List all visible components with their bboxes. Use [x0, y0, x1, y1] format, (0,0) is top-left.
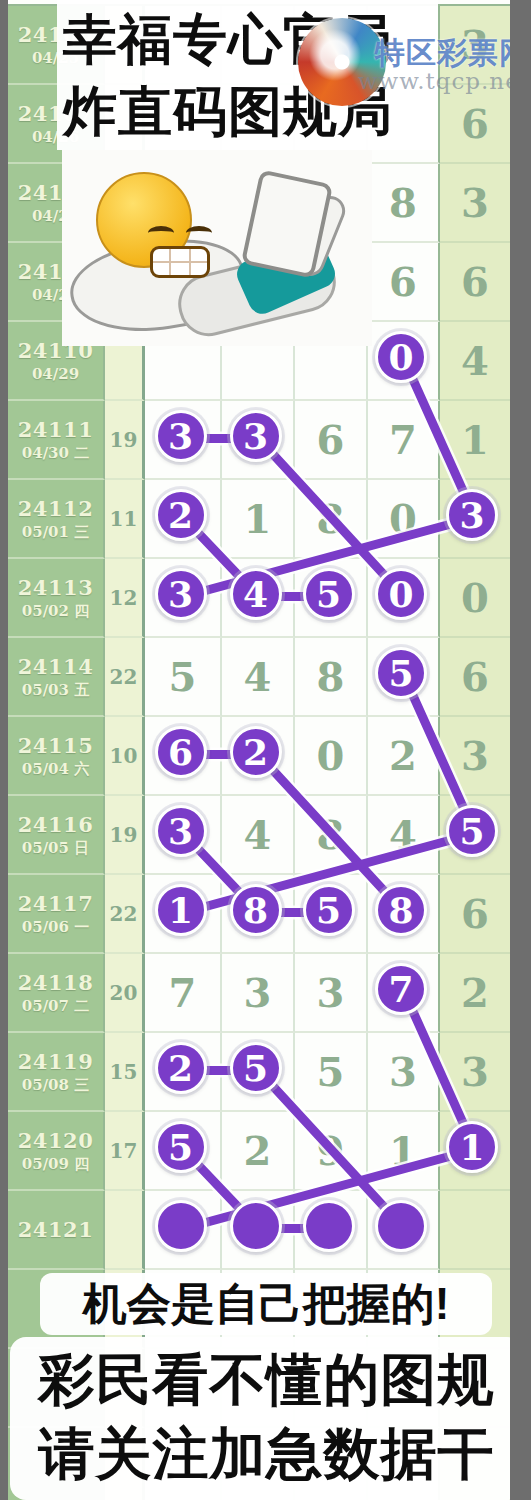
draw-row: 2411305/02 四120 — [8, 559, 510, 638]
draw-id-cell: 2411405/03 五 — [8, 638, 105, 717]
draw-id: 24121 — [18, 1217, 94, 1243]
draw-date: 05/03 五 — [22, 680, 89, 700]
draw-row: 2411705/06 一226 — [8, 875, 510, 954]
digit-cell: 0 — [368, 480, 440, 559]
draw-id-cell: 2411505/04 六 — [8, 717, 105, 796]
digit-cell: 3 — [222, 954, 295, 1033]
digit-cell: 9 — [295, 1112, 368, 1191]
digit-cell: 6 — [440, 243, 510, 322]
draw-id-cell: 2411705/06 一 — [8, 875, 105, 954]
digit-cell: 4 — [440, 322, 510, 401]
draw-id-cell: 2411905/08 三 — [8, 1033, 105, 1112]
digit-cell — [222, 1033, 295, 1112]
sum-count-cell: 22 — [105, 638, 145, 717]
digit-cell: 5 — [145, 638, 222, 717]
draw-date: 05/09 四 — [22, 1154, 89, 1174]
digit-cell — [145, 480, 222, 559]
digit-cell: 7 — [368, 401, 440, 480]
digit-cell — [145, 796, 222, 875]
digit-cell — [440, 1112, 510, 1191]
sum-count-cell — [105, 1191, 145, 1270]
digit-cell: 3 — [368, 1033, 440, 1112]
sum-count-cell: 19 — [105, 796, 145, 875]
watermark-site-name: 特区彩票网 — [358, 36, 530, 69]
digit-cell — [295, 1191, 368, 1270]
draw-row: 2411205/01 三11180 — [8, 480, 510, 559]
grinning-emoji-face-icon — [96, 172, 192, 268]
draw-id: 24113 — [18, 575, 94, 601]
draw-id: 24117 — [18, 891, 94, 917]
draw-id: 24119 — [18, 1049, 94, 1075]
digit-cell: 7 — [145, 954, 222, 1033]
draw-row: 2411104/30 二19671 — [8, 401, 510, 480]
draw-row: 2411805/07 二207332 — [8, 954, 510, 1033]
footer-slogan-box: 彩民看不懂的图规 请关注加急数据干 — [10, 1337, 523, 1500]
draw-id: 24114 — [18, 654, 94, 680]
digit-cell — [145, 559, 222, 638]
draw-id: 24118 — [18, 970, 94, 996]
sum-count-cell: 19 — [105, 401, 145, 480]
footer-note-text: 机会是自己把握的! — [83, 1275, 450, 1334]
digit-cell — [222, 875, 295, 954]
digit-cell: 5 — [295, 1033, 368, 1112]
digit-cell: 3 — [440, 1033, 510, 1112]
digit-cell: 3 — [295, 954, 368, 1033]
digit-cell: 3 — [440, 717, 510, 796]
digit-cell — [368, 638, 440, 717]
draw-id: 24116 — [18, 812, 94, 838]
digit-cell — [222, 559, 295, 638]
digit-cell — [145, 1033, 222, 1112]
digit-cell: 2 — [440, 954, 510, 1033]
lottery-trend-chart-screen: 2410604/2532410704/2662410804/2783241090… — [0, 0, 531, 1500]
draw-row: 2411905/08 三15533 — [8, 1033, 510, 1112]
left-gray-bar — [0, 0, 8, 1500]
draw-date: 04/30 二 — [22, 443, 89, 463]
draw-id-cell: 2411205/01 三 — [8, 480, 105, 559]
footer-slogan-line-2: 请关注加急数据干 — [39, 1417, 495, 1491]
digit-cell: 4 — [222, 638, 295, 717]
digit-cell — [222, 401, 295, 480]
digit-cell: 2 — [368, 717, 440, 796]
digit-cell: 3 — [440, 164, 510, 243]
digit-cell: 1 — [222, 480, 295, 559]
emoji-grin-teeth — [150, 246, 210, 278]
digit-cell: 8 — [295, 638, 368, 717]
digit-cell: 4 — [368, 796, 440, 875]
digit-cell: 1 — [368, 1112, 440, 1191]
draw-id-cell: 2412005/09 四 — [8, 1112, 105, 1191]
digit-cell — [222, 717, 295, 796]
digit-cell: 0 — [440, 559, 510, 638]
digit-cell — [222, 1191, 295, 1270]
digit-cell — [440, 796, 510, 875]
digit-cell: 2 — [222, 1112, 295, 1191]
digit-cell: 8 — [295, 796, 368, 875]
footer-slogan-line-1: 彩民看不懂的图规 — [39, 1343, 495, 1417]
sum-count-cell: 22 — [105, 875, 145, 954]
digit-cell — [440, 1191, 510, 1270]
right-gray-bar — [510, 0, 531, 1500]
digit-cell: 0 — [295, 717, 368, 796]
digit-cell: 6 — [440, 875, 510, 954]
digit-cell — [368, 559, 440, 638]
draw-date: 05/05 日 — [22, 838, 89, 858]
digit-cell — [145, 1112, 222, 1191]
watermark-url: www.tqcp.net — [358, 69, 530, 94]
digit-cell — [145, 1191, 222, 1270]
digit-cell: 6 — [440, 85, 510, 164]
digit-cell: 6 — [440, 638, 510, 717]
digit-cell — [368, 322, 440, 401]
draw-id: 24115 — [18, 733, 94, 759]
draw-row: 2411505/04 六10023 — [8, 717, 510, 796]
sum-count-cell: 12 — [105, 559, 145, 638]
digit-cell: 1 — [440, 401, 510, 480]
emoji-sticker-image — [62, 150, 372, 346]
draw-id-cell: 2411605/05 日 — [8, 796, 105, 875]
digit-cell — [295, 875, 368, 954]
draw-date: 05/02 四 — [22, 601, 89, 621]
sum-count-cell: 10 — [105, 717, 145, 796]
draw-id-cell: 2411805/07 二 — [8, 954, 105, 1033]
sum-count-cell: 11 — [105, 480, 145, 559]
draw-id-cell: 2411104/30 二 — [8, 401, 105, 480]
draw-id-cell: 24121 — [8, 1191, 105, 1270]
emoji-eye-left — [148, 226, 174, 240]
draw-row: 24121 — [8, 1191, 510, 1270]
draw-id: 24111 — [18, 417, 94, 443]
digit-cell — [368, 954, 440, 1033]
digit-cell — [368, 875, 440, 954]
sum-count-cell: 15 — [105, 1033, 145, 1112]
draw-row: 2411605/05 日19484 — [8, 796, 510, 875]
digit-cell — [145, 717, 222, 796]
draw-id: 24120 — [18, 1128, 94, 1154]
sum-count-cell: 17 — [105, 1112, 145, 1191]
digit-cell — [440, 480, 510, 559]
digit-cell: 8 — [295, 480, 368, 559]
digit-cell — [145, 875, 222, 954]
digit-cell — [368, 1191, 440, 1270]
draw-row: 2411405/03 五225486 — [8, 638, 510, 717]
digit-cell — [295, 559, 368, 638]
digit-cell: 6 — [295, 401, 368, 480]
draw-date: 05/04 六 — [22, 759, 89, 779]
draw-id-cell: 2411305/02 四 — [8, 559, 105, 638]
draw-date: 05/01 三 — [22, 522, 89, 542]
draw-date: 05/07 二 — [22, 996, 89, 1016]
draw-date: 05/08 三 — [22, 1075, 89, 1095]
digit-cell: 8 — [368, 164, 440, 243]
draw-date: 04/29 — [32, 364, 79, 384]
draw-date: 05/06 一 — [22, 917, 89, 937]
digit-cell: 4 — [222, 796, 295, 875]
draw-id: 24112 — [18, 496, 94, 522]
digit-cell — [145, 401, 222, 480]
footer-note-box: 机会是自己把握的! — [40, 1273, 492, 1335]
draw-row: 2412005/09 四17291 — [8, 1112, 510, 1191]
sum-count-cell: 20 — [105, 954, 145, 1033]
digit-cell: 6 — [368, 243, 440, 322]
emoji-eye-right — [186, 226, 212, 240]
watermark: 特区彩票网 www.tqcp.net — [358, 36, 530, 94]
